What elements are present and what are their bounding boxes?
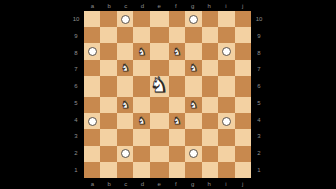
- square-j1[interactable]: [235, 162, 251, 178]
- rank-label-left-8: 8: [70, 44, 82, 61]
- square-e3[interactable]: [150, 129, 169, 145]
- square-g4[interactable]: [185, 113, 201, 129]
- target-circle-a8[interactable]: [88, 47, 97, 56]
- target-circle-a4[interactable]: [88, 117, 97, 126]
- square-e2[interactable]: [150, 146, 169, 162]
- square-d3[interactable]: [133, 129, 149, 145]
- rank-labels-right: 10987654321: [253, 11, 265, 178]
- square-e10[interactable]: [150, 11, 169, 27]
- square-j3[interactable]: [235, 129, 251, 145]
- square-b2[interactable]: [100, 146, 116, 162]
- square-e5[interactable]: [150, 97, 169, 113]
- square-d9[interactable]: [133, 27, 149, 43]
- square-c9[interactable]: [117, 27, 133, 43]
- square-j8[interactable]: [235, 43, 251, 59]
- square-a5[interactable]: [84, 97, 100, 113]
- square-e8[interactable]: [150, 43, 169, 59]
- target-circle-g10[interactable]: [189, 15, 198, 24]
- square-c4[interactable]: [117, 113, 133, 129]
- square-f1[interactable]: [169, 162, 185, 178]
- rank-label-right-7: 7: [253, 61, 265, 78]
- rank-label-right-6: 6: [253, 78, 265, 95]
- file-label-top-e: e: [151, 0, 168, 11]
- square-c3[interactable]: [117, 129, 133, 145]
- file-label-bottom-a: a: [84, 179, 101, 189]
- square-a10[interactable]: [84, 11, 100, 27]
- file-label-top-a: a: [84, 0, 101, 11]
- square-f3[interactable]: [169, 129, 185, 145]
- square-i6[interactable]: [218, 76, 234, 97]
- square-f7[interactable]: [169, 60, 185, 76]
- file-label-top-b: b: [101, 0, 118, 11]
- rank-label-right-1: 1: [253, 161, 265, 178]
- white-knight[interactable]: ♞: [150, 75, 169, 96]
- square-a9[interactable]: [84, 27, 100, 43]
- rank-label-right-3: 3: [253, 128, 265, 145]
- square-i2[interactable]: [218, 146, 234, 162]
- file-labels-top: abcdefghij: [84, 0, 251, 11]
- square-a6[interactable]: [84, 76, 100, 97]
- square-b6[interactable]: [100, 76, 116, 97]
- square-h6[interactable]: [202, 76, 218, 97]
- square-d1[interactable]: [133, 162, 149, 178]
- square-a3[interactable]: [84, 129, 100, 145]
- square-c1[interactable]: [117, 162, 133, 178]
- square-b8[interactable]: [100, 43, 116, 59]
- file-label-bottom-h: h: [201, 179, 218, 189]
- square-d2[interactable]: [133, 146, 149, 162]
- square-d7[interactable]: [133, 60, 149, 76]
- square-e9[interactable]: [150, 27, 169, 43]
- square-d4[interactable]: ♞: [133, 113, 149, 129]
- small-knight-f8[interactable]: ♞: [172, 47, 181, 57]
- square-e1[interactable]: [150, 162, 169, 178]
- target-circle-i8[interactable]: [222, 47, 231, 56]
- square-h8[interactable]: [202, 43, 218, 59]
- square-i4[interactable]: [218, 113, 234, 129]
- square-j5[interactable]: [235, 97, 251, 113]
- file-label-top-j: j: [234, 0, 251, 11]
- square-j7[interactable]: [235, 60, 251, 76]
- square-c6[interactable]: [117, 76, 133, 97]
- file-label-bottom-f: f: [168, 179, 185, 189]
- file-label-top-g: g: [184, 0, 201, 11]
- square-a8[interactable]: [84, 43, 100, 59]
- square-g8[interactable]: [185, 43, 201, 59]
- small-knight-c7[interactable]: ♞: [121, 63, 130, 73]
- square-f4[interactable]: ♞: [169, 113, 185, 129]
- app-background: abcdefghij 10987654321 ♞♞♞♞♞♞♞♞♞ 1098765…: [0, 0, 336, 189]
- square-f10[interactable]: [169, 11, 185, 27]
- square-e4[interactable]: [150, 113, 169, 129]
- small-knight-d4[interactable]: ♞: [137, 116, 146, 126]
- chess-board: ♞♞♞♞♞♞♞♞♞: [84, 11, 251, 178]
- square-h10[interactable]: [202, 11, 218, 27]
- square-g1[interactable]: [185, 162, 201, 178]
- square-i8[interactable]: [218, 43, 234, 59]
- square-i3[interactable]: [218, 129, 234, 145]
- rank-label-right-9: 9: [253, 28, 265, 45]
- rank-label-left-4: 4: [70, 111, 82, 128]
- rank-label-left-9: 9: [70, 28, 82, 45]
- square-g9[interactable]: [185, 27, 201, 43]
- square-j6[interactable]: [235, 76, 251, 97]
- rank-label-left-6: 6: [70, 78, 82, 95]
- file-label-top-d: d: [134, 0, 151, 11]
- target-circle-c10[interactable]: [121, 15, 130, 24]
- square-d6[interactable]: [133, 76, 149, 97]
- square-c2[interactable]: [117, 146, 133, 162]
- file-label-top-c: c: [117, 0, 134, 11]
- square-j9[interactable]: [235, 27, 251, 43]
- square-e6[interactable]: ♞: [150, 76, 169, 97]
- small-knight-g7[interactable]: ♞: [189, 63, 198, 73]
- square-d8[interactable]: ♞: [133, 43, 149, 59]
- square-h2[interactable]: [202, 146, 218, 162]
- square-g6[interactable]: [185, 76, 201, 97]
- rank-label-right-5: 5: [253, 95, 265, 112]
- square-b9[interactable]: [100, 27, 116, 43]
- file-label-bottom-d: d: [134, 179, 151, 189]
- square-c10[interactable]: [117, 11, 133, 27]
- square-b5[interactable]: [100, 97, 116, 113]
- square-j10[interactable]: [235, 11, 251, 27]
- square-j4[interactable]: [235, 113, 251, 129]
- square-b1[interactable]: [100, 162, 116, 178]
- square-h9[interactable]: [202, 27, 218, 43]
- rank-label-right-8: 8: [253, 44, 265, 61]
- square-a4[interactable]: [84, 113, 100, 129]
- rank-label-left-2: 2: [70, 145, 82, 162]
- small-knight-d8[interactable]: ♞: [137, 47, 146, 57]
- rank-labels-left: 10987654321: [70, 11, 82, 178]
- square-i10[interactable]: [218, 11, 234, 27]
- square-a1[interactable]: [84, 162, 100, 178]
- square-h4[interactable]: [202, 113, 218, 129]
- square-i7[interactable]: [218, 60, 234, 76]
- square-f6[interactable]: [169, 76, 185, 97]
- square-d5[interactable]: [133, 97, 149, 113]
- square-a2[interactable]: [84, 146, 100, 162]
- square-f2[interactable]: [169, 146, 185, 162]
- rank-label-left-5: 5: [70, 95, 82, 112]
- square-b4[interactable]: [100, 113, 116, 129]
- square-f5[interactable]: [169, 97, 185, 113]
- square-b3[interactable]: [100, 129, 116, 145]
- rank-label-left-10: 10: [70, 11, 82, 28]
- square-g7[interactable]: ♞: [185, 60, 201, 76]
- square-c7[interactable]: ♞: [117, 60, 133, 76]
- file-label-bottom-j: j: [234, 179, 251, 189]
- square-h7[interactable]: [202, 60, 218, 76]
- rank-label-left-3: 3: [70, 128, 82, 145]
- rank-label-right-10: 10: [253, 11, 265, 28]
- square-i9[interactable]: [218, 27, 234, 43]
- rank-label-left-1: 1: [70, 161, 82, 178]
- file-labels-bottom: abcdefghij: [84, 179, 251, 189]
- square-a7[interactable]: [84, 60, 100, 76]
- square-b7[interactable]: [100, 60, 116, 76]
- target-circle-i4[interactable]: [222, 117, 231, 126]
- file-label-bottom-b: b: [101, 179, 118, 189]
- square-f8[interactable]: ♞: [169, 43, 185, 59]
- square-j2[interactable]: [235, 146, 251, 162]
- file-label-top-h: h: [201, 0, 218, 11]
- square-g10[interactable]: [185, 11, 201, 27]
- rank-label-right-2: 2: [253, 145, 265, 162]
- file-label-bottom-g: g: [184, 179, 201, 189]
- small-knight-c5[interactable]: ♞: [121, 100, 130, 110]
- square-h5[interactable]: [202, 97, 218, 113]
- target-circle-g2[interactable]: [189, 149, 198, 158]
- target-circle-c2[interactable]: [121, 149, 130, 158]
- square-c8[interactable]: [117, 43, 133, 59]
- rank-label-left-7: 7: [70, 61, 82, 78]
- square-d10[interactable]: [133, 11, 149, 27]
- rank-label-right-4: 4: [253, 111, 265, 128]
- square-g2[interactable]: [185, 146, 201, 162]
- small-knight-g5[interactable]: ♞: [189, 100, 198, 110]
- square-i5[interactable]: [218, 97, 234, 113]
- file-label-bottom-i: i: [218, 179, 235, 189]
- square-h3[interactable]: [202, 129, 218, 145]
- square-f9[interactable]: [169, 27, 185, 43]
- square-b10[interactable]: [100, 11, 116, 27]
- square-h1[interactable]: [202, 162, 218, 178]
- square-g3[interactable]: [185, 129, 201, 145]
- file-label-bottom-c: c: [117, 179, 134, 189]
- file-label-bottom-e: e: [151, 179, 168, 189]
- square-g5[interactable]: ♞: [185, 97, 201, 113]
- small-knight-f4[interactable]: ♞: [172, 116, 181, 126]
- file-label-top-i: i: [218, 0, 235, 11]
- square-c5[interactable]: ♞: [117, 97, 133, 113]
- square-i1[interactable]: [218, 162, 234, 178]
- file-label-top-f: f: [168, 0, 185, 11]
